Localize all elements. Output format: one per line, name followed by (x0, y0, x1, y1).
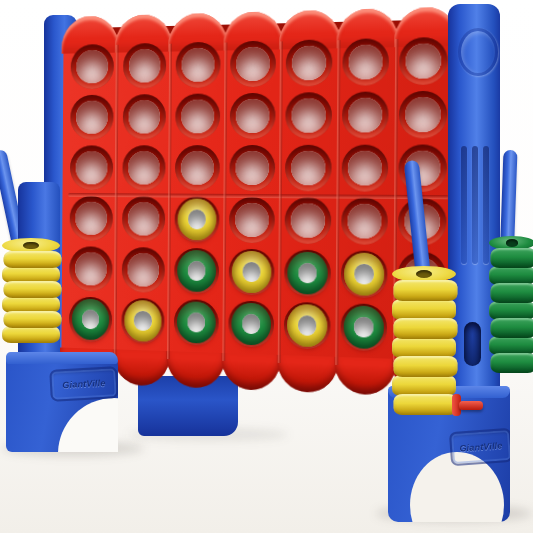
cell-r2-c5 (280, 89, 337, 142)
stack-disc-yellow (392, 375, 456, 396)
hole-empty (285, 92, 331, 139)
disc-yellow (287, 304, 327, 348)
stack-disc-yellow (392, 337, 456, 358)
grip-slot (472, 146, 478, 264)
cell-r3-c1 (65, 142, 117, 193)
bottom-scallop (112, 349, 170, 386)
stack-disc-green (491, 283, 533, 303)
bottom-scallop (277, 355, 338, 394)
cell-r4-c6 (336, 194, 394, 248)
hole-empty (285, 145, 331, 192)
hole-empty (341, 145, 388, 192)
cell-r6-c1 (64, 293, 116, 345)
stack-disc-green (491, 248, 533, 268)
hole-empty (341, 198, 388, 245)
cell-r4-c1 (65, 193, 117, 244)
grip-slot (461, 146, 467, 264)
cell-r5-c2 (117, 244, 170, 296)
hole-empty (175, 145, 220, 191)
hole-empty (286, 39, 333, 86)
cell-r6-c3 (169, 296, 223, 349)
hole-empty (122, 94, 166, 139)
knob-stem (459, 401, 483, 410)
cell-r3-c5 (280, 142, 337, 195)
red-release-knob (452, 394, 486, 418)
hole-empty (399, 91, 447, 139)
brand-plate-left: GiantVille (49, 366, 118, 402)
cell-r6-c6 (335, 300, 393, 355)
yellow-disc-stack-right (392, 266, 456, 415)
green-disc-stack-right (489, 236, 533, 373)
cell-r4-c3 (170, 194, 224, 246)
cell-r2-c2 (118, 91, 171, 142)
post-emboss-circle (458, 28, 498, 76)
cell-r1-c3 (171, 39, 225, 91)
hole-empty (123, 43, 167, 89)
cell-r3-c4 (225, 142, 281, 194)
yellow-disc-stack-left (2, 238, 60, 343)
stack-disc-green (491, 318, 533, 338)
brand-plate-right: GiantVille (449, 428, 510, 466)
stack-disc-yellow (392, 299, 456, 320)
stack-disc-yellow (2, 326, 60, 343)
cell-r3-c7 (393, 141, 452, 195)
cell-r2-c3 (171, 90, 225, 142)
cell-r6-c2 (116, 295, 169, 348)
cell-r6-c4 (224, 297, 280, 351)
cell-r3-c2 (117, 142, 170, 193)
bottom-scallop (166, 351, 225, 389)
cell-r4-c4 (224, 194, 280, 247)
cell-r2-c7 (394, 87, 453, 141)
hole-empty (230, 145, 276, 191)
hole-empty (70, 196, 113, 241)
stack-disc-yellow (4, 281, 62, 298)
brand-text-right: GiantVille (459, 441, 503, 453)
stack-disc-yellow (394, 356, 458, 377)
disc-green (287, 252, 327, 295)
hole-empty (122, 196, 166, 242)
hole-empty (342, 38, 389, 86)
cell-r1-c7 (394, 34, 453, 89)
bottom-scallop (221, 353, 281, 391)
cell-r1-c6 (337, 35, 395, 89)
cell-r4-c2 (117, 193, 170, 245)
stack-disc-yellow (394, 280, 458, 301)
disc-yellow (232, 251, 272, 294)
hole-empty (284, 197, 330, 244)
stack-disc-green (491, 353, 533, 373)
hole-empty (342, 91, 389, 138)
hole-empty (176, 93, 221, 139)
cell-r4-c5 (279, 194, 336, 247)
post-oval-hole (464, 322, 481, 366)
cell-r2-c6 (336, 88, 394, 141)
hole-empty (122, 145, 166, 190)
left-foot: GiantVille (6, 352, 118, 452)
hole-empty (69, 246, 112, 292)
hole-empty (121, 247, 165, 293)
cell-r2-c4 (225, 90, 281, 142)
stack-disc-yellow (4, 251, 62, 268)
cell-r5-c6 (335, 247, 393, 301)
hole-empty (70, 95, 113, 140)
cell-r5-c1 (65, 243, 117, 295)
hole-empty (230, 93, 276, 139)
cell-r5-c4 (224, 246, 280, 299)
cell-r5-c3 (170, 245, 224, 298)
post-grip-slots (461, 146, 489, 264)
brand-text-left: GiantVille (62, 378, 106, 389)
cell-r2-c1 (66, 92, 118, 143)
stack-disc-yellow (394, 318, 458, 339)
cell-r1-c1 (66, 41, 118, 92)
hole-empty (176, 42, 221, 88)
hole-empty (230, 40, 276, 87)
hole-empty (70, 145, 113, 190)
cell-r5-c5 (279, 246, 336, 300)
cell-r1-c2 (118, 40, 171, 92)
cell-r1-c4 (225, 37, 281, 90)
stack-disc-yellow (394, 394, 458, 415)
hole-empty (71, 44, 114, 89)
hole-empty (229, 197, 275, 243)
cell-r3-c6 (336, 142, 394, 195)
stack-disc-yellow (4, 311, 62, 328)
cell-r3-c3 (170, 142, 224, 194)
giant-connect-four-photo: GiantVille GiantVille (0, 0, 533, 533)
cell-r6-c5 (279, 299, 336, 353)
disc-green (72, 299, 109, 341)
cell-r1-c5 (280, 36, 337, 89)
hole-empty (399, 37, 447, 85)
disc-green (231, 302, 271, 345)
